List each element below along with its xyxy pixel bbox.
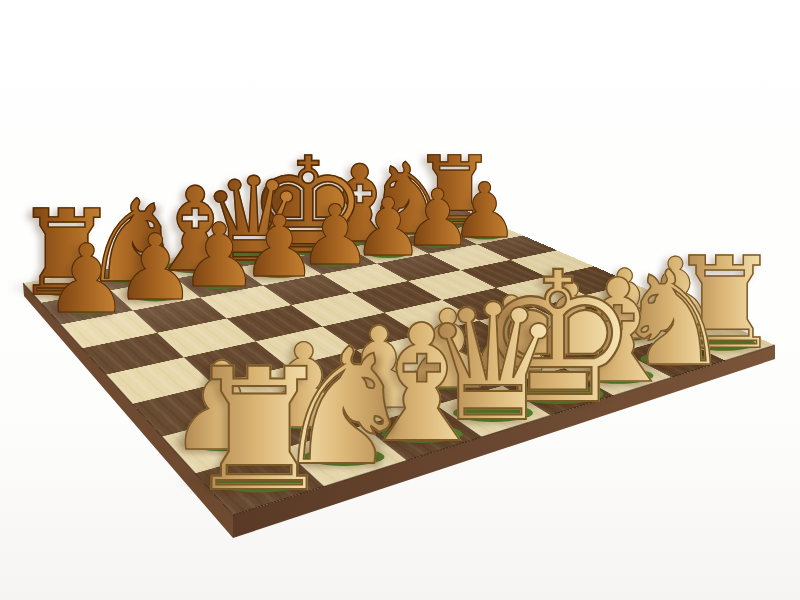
chess-set-photo: ♜♞♝♛♚♝♞♜♟♟♟♟♟♟♟♟♟♟♟♟♟♟♟♟♜♞♝♛♚♝♞♜ [0,0,800,600]
pieces-layer: ♜♞♝♛♚♝♞♜♟♟♟♟♟♟♟♟♟♟♟♟♟♟♟♟♜♞♝♛♚♝♞♜ [0,0,800,600]
piece-black-pawn-a7: ♟ [44,232,129,327]
piece-white-rook-a1: ♜ [184,346,336,515]
